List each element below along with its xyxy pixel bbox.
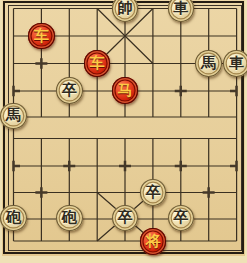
piece-ivory-horse[interactable]: 馬: [0, 103, 27, 130]
piece-ivory-horse[interactable]: 馬: [195, 50, 222, 77]
piece-red-chariot[interactable]: 车: [28, 23, 55, 50]
piece-ivory-cannon[interactable]: 砲: [0, 205, 27, 232]
xiangqi-board-screen: 帥車车车馬車卒马馬卒砲砲卒卒将: [0, 0, 247, 263]
piece-ivory-soldier[interactable]: 卒: [56, 77, 83, 104]
piece-red-horse[interactable]: 马: [112, 77, 139, 104]
piece-red-general[interactable]: 将: [140, 228, 167, 255]
piece-ivory-soldier[interactable]: 卒: [140, 179, 167, 206]
piece-red-chariot[interactable]: 车: [84, 50, 111, 77]
piece-ivory-chariot[interactable]: 車: [168, 0, 195, 22]
piece-grid: 帥車车车馬車卒马馬卒砲砲卒卒将: [0, 0, 247, 253]
piece-ivory-soldier[interactable]: 卒: [168, 205, 195, 232]
piece-ivory-chariot[interactable]: 車: [223, 50, 247, 77]
piece-ivory-soldier[interactable]: 卒: [112, 205, 139, 232]
piece-ivory-general[interactable]: 帥: [112, 0, 139, 22]
piece-ivory-cannon[interactable]: 砲: [56, 205, 83, 232]
